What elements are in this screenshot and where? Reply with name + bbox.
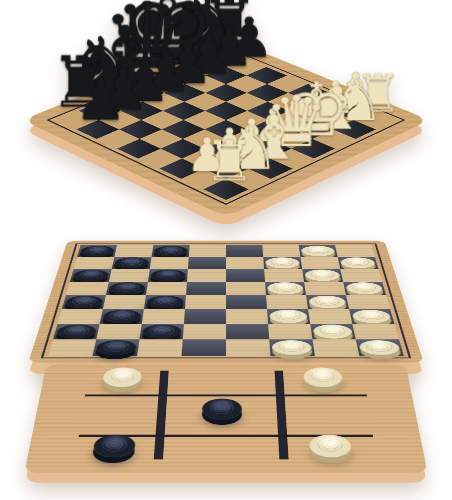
checkers-square: [62, 295, 106, 309]
checkers-square: [187, 269, 226, 282]
dark-checker-piece: [55, 325, 97, 339]
checkers-square: [148, 269, 188, 282]
checkers-square: [266, 295, 308, 309]
cream-checker-piece: [304, 270, 341, 281]
checkers-square: [346, 295, 390, 309]
checkers-square: [226, 339, 270, 355]
cream-checker-piece: [312, 325, 353, 339]
black-ttt-disc: [202, 399, 242, 420]
dark-checker-piece: [150, 270, 186, 281]
chess-squares: [56, 50, 395, 200]
checkers-square: [340, 269, 382, 282]
dark-checker-piece: [102, 310, 142, 323]
checkers-square: [304, 282, 346, 295]
checkers-square: [137, 339, 183, 355]
dark-checker-piece: [154, 246, 188, 256]
dark-checker-piece: [142, 325, 182, 339]
checkers-square: [267, 309, 310, 324]
cream-checker-piece: [301, 246, 336, 256]
checkers-square: [299, 245, 338, 257]
dark-checker-piece: [72, 270, 110, 281]
tic-tac-toe-pieces: [24, 364, 427, 473]
checkers-board: [28, 241, 424, 363]
dark-checker-piece: [95, 340, 137, 355]
checkers-square: [308, 309, 352, 324]
checkers-square: [313, 339, 360, 355]
dark-checker-piece: [108, 282, 146, 294]
checkers-squares: [48, 245, 404, 356]
cream-checker-piece: [271, 340, 312, 355]
checkers-square: [77, 245, 117, 257]
checkers-square: [265, 282, 306, 295]
checkers-square: [103, 295, 146, 309]
checkers-square: [262, 245, 300, 257]
dark-checker-piece: [114, 257, 150, 268]
product-photo-stage: ♜♞♝♛♚♝♞♜♟♟♟♟♟♟♟♟♟♟♟♟♟♟♟♟♜♞♝♛♚♝♞♜: [0, 0, 452, 500]
checkers-square: [139, 324, 183, 340]
checkers-square: [226, 295, 267, 309]
checkers-square: [114, 245, 153, 257]
checkers-square: [335, 245, 375, 257]
checkers-square: [188, 257, 226, 269]
tic-tac-toe-board: [24, 364, 427, 473]
checkers-square: [306, 295, 349, 309]
checkers-square: [66, 282, 109, 295]
checkers-square: [310, 324, 356, 340]
checkers-square: [183, 324, 226, 340]
dark-checker-piece: [146, 296, 184, 309]
chess-board: ♜♞♝♛♚♝♞♜♟♟♟♟♟♟♟♟♟♟♟♟♟♟♟♟♜♞♝♛♚♝♞♜: [22, 38, 429, 218]
cream-checker-piece: [340, 257, 377, 268]
cream-checker-piece: [267, 282, 304, 294]
checkers-square: [58, 309, 103, 324]
checkers-square: [184, 309, 226, 324]
checkers-square: [48, 339, 96, 355]
checkers-square: [349, 309, 394, 324]
checkers-square: [302, 269, 343, 282]
checkers-square: [226, 309, 268, 324]
checkers-square: [189, 245, 226, 257]
checkers-square: [70, 269, 112, 282]
black-ttt-disc: [92, 435, 136, 458]
checkers-square: [100, 309, 144, 324]
checkers-square: [338, 257, 379, 269]
checkers-square: [343, 282, 386, 295]
chess-piece-black-bishop: ♝: [79, 12, 172, 103]
checkers-square: [186, 282, 226, 295]
checkers-square: [264, 269, 304, 282]
dark-checker-piece: [64, 296, 104, 309]
checkers-square: [226, 282, 266, 295]
checkers-square: [146, 282, 187, 295]
cream-checker-piece: [265, 257, 300, 268]
checkers-square: [93, 339, 140, 355]
checkers-square: [53, 324, 100, 340]
checkers-square: [226, 324, 269, 340]
chess-piece-black-knight: ♞: [58, 24, 148, 112]
checkers-square: [263, 257, 302, 269]
checkers-square: [352, 324, 399, 340]
checkers-square: [106, 282, 148, 295]
checkers-square: [226, 245, 263, 257]
checkers-square: [74, 257, 115, 269]
checkers-square: [144, 295, 186, 309]
cream-ttt-disc: [303, 367, 343, 386]
checkers-square: [109, 269, 150, 282]
checkers-square: [269, 339, 315, 355]
cream-checker-piece: [358, 340, 401, 355]
checkers-square: [268, 324, 312, 340]
checkers-square: [182, 339, 226, 355]
checkers-square: [185, 295, 226, 309]
checkers-square: [112, 257, 152, 269]
cream-ttt-disc: [102, 367, 143, 386]
cream-checker-piece: [308, 296, 347, 309]
dark-checker-piece: [79, 246, 115, 256]
checkers-square: [356, 339, 404, 355]
checkers-square: [152, 245, 190, 257]
checkers-square: [150, 257, 189, 269]
checkers-square: [226, 269, 265, 282]
checkers-square: [96, 324, 142, 340]
checkers-square: [300, 257, 340, 269]
cream-checker-piece: [269, 310, 308, 323]
checkers-square: [226, 257, 264, 269]
cream-checker-piece: [351, 310, 392, 323]
cream-checker-piece: [345, 282, 384, 294]
cream-ttt-disc: [308, 435, 352, 458]
checkers-square: [142, 309, 185, 324]
